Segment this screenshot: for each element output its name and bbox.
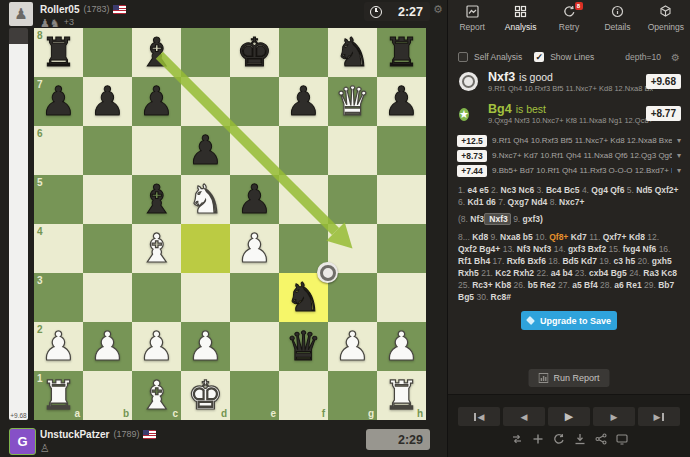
engine-line-moves: 9.Bb5+ Bd7 10.Rf1 Qh4 11.Rxf3 O-O-O 12.B…	[492, 166, 672, 175]
square-d5[interactable]: ♞	[181, 175, 230, 224]
played-move-verdict: is good	[519, 71, 553, 83]
tab-analysis[interactable]: Analysis	[496, 5, 544, 45]
square-f2[interactable]: ♛	[279, 322, 328, 371]
move-list-variation[interactable]: (8. Nf3 Nxf3 9. gxf3)	[458, 213, 680, 225]
computer-board-icon[interactable]	[616, 433, 628, 445]
bottom-clock-time: 2:29	[366, 433, 430, 447]
good-move-badge-icon	[317, 262, 338, 283]
top-player-bar: ♟ Roller05 (1783) ♟♞ +3 2:27 ⚙	[0, 0, 447, 28]
engine-lines-list: +12.59.Rf1 Qh4 10.Rxf3 Bf5 11.Nxc7+ Kd8 …	[448, 131, 690, 178]
last-move-button[interactable]: ▶	[638, 407, 680, 426]
piece-white-pawn[interactable]: ♟	[132, 322, 181, 370]
square-b2[interactable]: ♟	[83, 322, 132, 371]
file-label: e	[270, 408, 276, 419]
us-flag-icon	[113, 5, 126, 14]
square-c4[interactable]: ♝	[132, 224, 181, 273]
bottom-clock: 2:29	[366, 429, 430, 450]
square-h6[interactable]	[377, 126, 426, 175]
piece-black-bishop[interactable]: ♝	[132, 28, 181, 76]
retry-count-badge: 8	[575, 2, 583, 10]
report-chart-icon	[538, 373, 548, 383]
bottom-player-name[interactable]: UnstuckPatzer	[40, 429, 109, 440]
piece-white-pawn[interactable]: ♟	[34, 322, 83, 370]
square-d6[interactable]: ♟	[181, 126, 230, 175]
square-c3[interactable]	[132, 273, 181, 322]
rank-label: 6	[37, 128, 43, 139]
square-e5[interactable]: ♟	[230, 175, 279, 224]
square-d4[interactable]	[181, 224, 230, 273]
square-a6[interactable]: 6	[34, 126, 83, 175]
piece-black-pawn[interactable]: ♟	[132, 77, 181, 125]
square-b7[interactable]: ♟	[83, 77, 132, 126]
square-a4[interactable]: 4	[34, 224, 83, 273]
square-g5[interactable]	[328, 175, 377, 224]
first-move-button[interactable]: ◀	[458, 407, 500, 426]
best-move-eval: +8.77	[646, 106, 681, 121]
top-player-avatar[interactable]: ♟	[9, 2, 33, 26]
material-advantage: +3	[64, 17, 74, 27]
square-d7[interactable]	[181, 77, 230, 126]
square-a1[interactable]: 1a♜	[34, 371, 83, 420]
square-e2[interactable]	[230, 322, 279, 371]
add-icon[interactable]	[532, 433, 544, 445]
square-a2[interactable]: 2♟	[34, 322, 83, 371]
good-move-ring-icon	[459, 72, 478, 91]
square-d2[interactable]: ♟	[181, 322, 230, 371]
pawn-avatar-icon: ♟	[14, 5, 27, 23]
suggestion-played-move[interactable]: Nxf3is good 9.Rf1 Qh4 10.Rxf3 Bf5 11.Nxc…	[448, 67, 690, 99]
best-move-star-icon: ★	[459, 104, 469, 124]
square-h7[interactable]: ♟	[377, 77, 426, 126]
move-list-continuation[interactable]: 8... Kd8 9. Nxa8 b5 10. Qf8+ Kd7 11. Qxf…	[458, 231, 680, 303]
tab-retry[interactable]: 8 Retry	[545, 5, 593, 45]
evaluation-bar-white	[9, 44, 28, 420]
evaluation-bar: +9.68	[9, 28, 28, 420]
square-h5[interactable]	[377, 175, 426, 224]
details-info-icon	[611, 5, 624, 19]
panel-tabs: Report Analysis 8 Retry Details	[448, 0, 690, 45]
expand-caret-icon[interactable]: ▾	[677, 166, 681, 175]
best-move-line: 9.Qxg4 Nxf3 10.Nxc7+ Kf8 11.Nxa8 Ng1 12.…	[488, 116, 653, 125]
square-f5[interactable]	[279, 175, 328, 224]
square-g3[interactable]	[328, 273, 377, 322]
square-d1[interactable]: d♚	[181, 371, 230, 420]
square-g2[interactable]: ♟	[328, 322, 377, 371]
piece-white-pawn[interactable]: ♟	[328, 322, 377, 370]
square-e8[interactable]: ♚	[230, 28, 279, 77]
board-settings-gear-icon[interactable]: ⚙	[433, 3, 443, 16]
rank-label: 4	[37, 226, 43, 237]
chess-analysis-app: ♟ Roller05 (1783) ♟♞ +3 2:27 ⚙ +9.68 8♜♝…	[0, 0, 690, 457]
square-g8[interactable]: ♞	[328, 28, 377, 77]
piece-black-king[interactable]: ♚	[230, 28, 279, 76]
analysis-panel: Report Analysis 8 Retry Details	[447, 0, 690, 457]
best-move-san: Bg4	[488, 102, 512, 116]
square-c8[interactable]: ♝	[132, 28, 181, 77]
square-c2[interactable]: ♟	[132, 322, 181, 371]
captured-white-pawn-icon: ♙	[40, 442, 50, 455]
best-move-verdict: is best	[516, 103, 546, 115]
square-h1[interactable]: h♜	[377, 371, 426, 420]
square-b5[interactable]	[83, 175, 132, 224]
square-e4[interactable]: ♟	[230, 224, 279, 273]
piece-white-queen[interactable]: ♛	[328, 77, 377, 125]
self-analysis-label: Self Analysis	[474, 52, 522, 62]
share-icon[interactable]	[595, 433, 607, 445]
navigation-strip: ◀ ◀ ▶ ▶ ▶	[448, 394, 690, 457]
piece-white-rook[interactable]: ♜	[34, 371, 83, 419]
square-e3[interactable]	[230, 273, 279, 322]
bottom-captured-pieces: ♙	[40, 441, 156, 453]
top-player-rating: (1783)	[83, 4, 109, 14]
tab-openings[interactable]: Openings	[642, 5, 690, 45]
square-a5[interactable]: 5	[34, 175, 83, 224]
piece-black-queen[interactable]: ♛	[279, 322, 328, 370]
suggestion-best-move[interactable]: ★ Bg4is best 9.Qxg4 Nxf3 10.Nxc7+ Kf8 11…	[448, 99, 690, 131]
depth-setting: depth=10	[625, 52, 661, 62]
piece-black-pawn[interactable]: ♟	[279, 77, 328, 125]
piece-white-knight[interactable]: ♞	[181, 175, 230, 223]
piece-black-pawn[interactable]: ♟	[230, 175, 279, 223]
square-h3[interactable]	[377, 273, 426, 322]
rank-label: 3	[37, 275, 43, 286]
square-d3[interactable]	[181, 273, 230, 322]
square-a7[interactable]: 7♟	[34, 77, 83, 126]
piece-black-bishop[interactable]: ♝	[132, 175, 181, 223]
us-flag-icon	[143, 430, 156, 439]
played-move-eval: +9.68	[646, 74, 681, 89]
file-label: f	[322, 408, 325, 419]
square-c6[interactable]	[132, 126, 181, 175]
download-icon[interactable]	[574, 433, 586, 445]
expand-caret-icon[interactable]: ▾	[677, 151, 681, 160]
engine-line[interactable]: +7.449.Bb5+ Bd7 10.Rf1 Qh4 11.Rxf3 O-O-O…	[448, 163, 690, 178]
square-f7[interactable]: ♟	[279, 77, 328, 126]
file-label: g	[368, 408, 374, 419]
square-b8[interactable]	[83, 28, 132, 77]
piece-white-pawn[interactable]: ♟	[83, 322, 132, 370]
engine-line-moves: 9.Nxc7+ Kd7 10.Rf1 Qh4 11.Nxa8 Qf6 12.Qg…	[492, 151, 672, 160]
top-clock: 2:27	[364, 2, 430, 21]
tab-details[interactable]: Details	[593, 5, 641, 45]
bottom-player-bar: G UnstuckPatzer (1789) ♙ 2:29	[0, 425, 447, 457]
piece-white-pawn[interactable]: ♟	[181, 322, 230, 370]
play-button[interactable]: ▶	[548, 407, 590, 426]
piece-black-rook[interactable]: ♜	[377, 28, 426, 76]
upgrade-to-save-button[interactable]: Upgrade to Save	[521, 311, 617, 330]
square-d8[interactable]	[181, 28, 230, 77]
square-b1[interactable]: b	[83, 371, 132, 420]
depth-gear-icon[interactable]: ⚙	[671, 52, 680, 63]
move-list-main[interactable]: 1. e4 e5 2. Nc3 Nc6 3. Bc4 Bc5 4. Qg4 Qf…	[458, 184, 680, 208]
played-move-san: Nxf3	[488, 70, 515, 84]
file-label: b	[123, 408, 129, 419]
engine-eval-badge: +8.73	[457, 150, 487, 162]
tab-report[interactable]: Report	[448, 5, 496, 45]
square-e1[interactable]: e	[230, 371, 279, 420]
top-clock-time: 2:27	[382, 5, 430, 19]
avatar-letter: G	[17, 434, 27, 449]
engine-eval-badge: +12.5	[457, 135, 487, 147]
engine-line-moves: 9.Rf1 Qh4 10.Rxf3 Bf5 11.Nxc7+ Kd8 12.Nx…	[492, 136, 672, 145]
bottom-player-rating: (1789)	[113, 429, 139, 439]
bottom-player-avatar[interactable]: G	[9, 428, 36, 455]
show-lines-label: Show Lines	[550, 52, 594, 62]
square-g7[interactable]: ♛	[328, 77, 377, 126]
piece-white-bishop[interactable]: ♝	[132, 371, 181, 419]
rank-label: 5	[37, 177, 43, 188]
square-c1[interactable]: c♝	[132, 371, 181, 420]
openings-cube-icon	[659, 5, 672, 19]
piece-black-pawn[interactable]: ♟	[83, 77, 132, 125]
piece-white-king[interactable]: ♚	[181, 371, 230, 419]
square-e7[interactable]	[230, 77, 279, 126]
next-move-button[interactable]: ▶	[593, 407, 635, 426]
retry-icon: 8	[563, 5, 576, 19]
square-c7[interactable]: ♟	[132, 77, 181, 126]
chess-board: 8♜♝♚♞♜7♟♟♟♟♛♟6♟5♝♞♟4♝♟3♞2♟♟♟♟♛♟♟1a♜bc♝d♚…	[34, 28, 426, 420]
run-report-button[interactable]: Run Report	[528, 369, 609, 387]
top-captured-pieces: ♟♞ +3	[40, 16, 126, 28]
piece-black-pawn[interactable]: ♟	[377, 77, 426, 125]
square-h4[interactable]	[377, 224, 426, 273]
square-f6[interactable]	[279, 126, 328, 175]
previous-move-button[interactable]: ◀	[503, 407, 545, 426]
piece-white-rook[interactable]: ♜	[377, 371, 426, 419]
square-h2[interactable]: ♟	[377, 322, 426, 371]
square-f1[interactable]: f	[279, 371, 328, 420]
diamond-icon	[526, 316, 535, 325]
played-move-line: 9.Rf1 Qh4 10.Rxf3 Bf5 11.Nxc7+ Kd8 12.Nx…	[488, 84, 653, 93]
square-g1[interactable]: g	[328, 371, 377, 420]
engine-eval-badge: +7.44	[457, 165, 487, 177]
evaluation-score: +9.68	[9, 412, 28, 419]
reload-icon[interactable]	[553, 433, 565, 445]
report-icon	[466, 5, 479, 19]
analysis-icon	[514, 5, 527, 19]
square-f8[interactable]	[279, 28, 328, 77]
piece-white-pawn[interactable]: ♟	[230, 224, 279, 272]
piece-white-bishop[interactable]: ♝	[132, 224, 181, 272]
show-lines-checkbox[interactable]: ✓	[534, 52, 544, 62]
clock-icon	[370, 6, 382, 18]
analysis-options-row: Self Analysis ✓ Show Lines depth=10 ⚙	[448, 45, 690, 67]
engine-line[interactable]: +8.739.Nxc7+ Kd7 10.Rf1 Qh4 11.Nxa8 Qf6 …	[448, 148, 690, 163]
square-a8[interactable]: 8♜	[34, 28, 83, 77]
flip-board-icon[interactable]	[511, 433, 523, 445]
expand-caret-icon[interactable]: ▾	[677, 136, 681, 145]
square-b3[interactable]	[83, 273, 132, 322]
square-h8[interactable]: ♜	[377, 28, 426, 77]
piece-black-knight[interactable]: ♞	[328, 28, 377, 76]
piece-white-pawn[interactable]: ♟	[377, 322, 426, 370]
square-g6[interactable]	[328, 126, 377, 175]
square-a3[interactable]: 3	[34, 273, 83, 322]
piece-black-pawn[interactable]: ♟	[181, 126, 230, 174]
square-e6[interactable]	[230, 126, 279, 175]
piece-black-pawn[interactable]: ♟	[34, 77, 83, 125]
square-c5[interactable]: ♝	[132, 175, 181, 224]
self-analysis-checkbox[interactable]	[458, 52, 468, 62]
square-b4[interactable]	[83, 224, 132, 273]
piece-black-rook[interactable]: ♜	[34, 28, 83, 76]
engine-line[interactable]: +12.59.Rf1 Qh4 10.Rxf3 Bf5 11.Nxc7+ Kd8 …	[448, 133, 690, 148]
square-b6[interactable]	[83, 126, 132, 175]
